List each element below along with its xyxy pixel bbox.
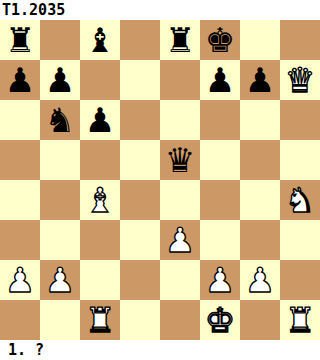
square-a8[interactable]: ♜ <box>0 20 40 60</box>
square-e5[interactable]: ♛ <box>160 140 200 180</box>
square-h3[interactable] <box>280 220 320 260</box>
chess-board: ♜♝♜♚♟♟♟♟♛♞♟♛♝♞♟♟♟♟♟♜♚♜ <box>0 20 320 340</box>
white-king-piece: ♚ <box>205 300 235 340</box>
square-h8[interactable] <box>280 20 320 60</box>
white-pawn-piece: ♟ <box>165 220 195 260</box>
white-rook-piece: ♜ <box>85 300 115 340</box>
white-knight-piece: ♞ <box>285 180 315 220</box>
white-bishop-piece: ♝ <box>85 180 115 220</box>
black-pawn-piece: ♟ <box>5 60 35 100</box>
square-a1[interactable] <box>0 300 40 340</box>
square-b7[interactable]: ♟ <box>40 60 80 100</box>
square-b5[interactable] <box>40 140 80 180</box>
square-h7[interactable]: ♛ <box>280 60 320 100</box>
white-pawn-piece: ♟ <box>45 260 75 300</box>
square-g3[interactable] <box>240 220 280 260</box>
square-d4[interactable] <box>120 180 160 220</box>
square-h1[interactable]: ♜ <box>280 300 320 340</box>
white-pawn-piece: ♟ <box>5 260 35 300</box>
square-d8[interactable] <box>120 20 160 60</box>
square-f2[interactable]: ♟ <box>200 260 240 300</box>
square-g6[interactable] <box>240 100 280 140</box>
square-f6[interactable] <box>200 100 240 140</box>
black-pawn-piece: ♟ <box>85 100 115 140</box>
square-b2[interactable]: ♟ <box>40 260 80 300</box>
square-d7[interactable] <box>120 60 160 100</box>
black-queen-piece: ♛ <box>165 140 195 180</box>
square-f8[interactable]: ♚ <box>200 20 240 60</box>
square-d5[interactable] <box>120 140 160 180</box>
white-rook-piece: ♜ <box>285 300 315 340</box>
square-a3[interactable] <box>0 220 40 260</box>
square-c2[interactable] <box>80 260 120 300</box>
square-e4[interactable] <box>160 180 200 220</box>
square-a7[interactable]: ♟ <box>0 60 40 100</box>
white-pawn-piece: ♟ <box>245 260 275 300</box>
square-e1[interactable] <box>160 300 200 340</box>
square-b4[interactable] <box>40 180 80 220</box>
square-b6[interactable]: ♞ <box>40 100 80 140</box>
black-pawn-piece: ♟ <box>45 60 75 100</box>
square-a4[interactable] <box>0 180 40 220</box>
square-d6[interactable] <box>120 100 160 140</box>
square-f1[interactable]: ♚ <box>200 300 240 340</box>
square-e8[interactable]: ♜ <box>160 20 200 60</box>
square-d1[interactable] <box>120 300 160 340</box>
black-king-piece: ♚ <box>205 20 235 60</box>
puzzle-title: T1.2035 <box>0 0 320 20</box>
square-a5[interactable] <box>0 140 40 180</box>
black-bishop-piece: ♝ <box>85 20 115 60</box>
square-e3[interactable]: ♟ <box>160 220 200 260</box>
square-b3[interactable] <box>40 220 80 260</box>
square-f4[interactable] <box>200 180 240 220</box>
white-pawn-piece: ♟ <box>205 260 235 300</box>
square-e2[interactable] <box>160 260 200 300</box>
square-e6[interactable] <box>160 100 200 140</box>
black-pawn-piece: ♟ <box>245 60 275 100</box>
square-c5[interactable] <box>80 140 120 180</box>
square-f7[interactable]: ♟ <box>200 60 240 100</box>
move-prompt: 1. ? <box>0 340 320 360</box>
square-f3[interactable] <box>200 220 240 260</box>
square-c3[interactable] <box>80 220 120 260</box>
square-h6[interactable] <box>280 100 320 140</box>
black-pawn-piece: ♟ <box>205 60 235 100</box>
square-c8[interactable]: ♝ <box>80 20 120 60</box>
square-f5[interactable] <box>200 140 240 180</box>
square-d3[interactable] <box>120 220 160 260</box>
black-knight-piece: ♞ <box>45 100 75 140</box>
black-rook-piece: ♜ <box>165 20 195 60</box>
square-c4[interactable]: ♝ <box>80 180 120 220</box>
chess-puzzle-page: T1.2035 ♜♝♜♚♟♟♟♟♛♞♟♛♝♞♟♟♟♟♟♜♚♜ 1. ? <box>0 0 320 360</box>
square-c7[interactable] <box>80 60 120 100</box>
square-a2[interactable]: ♟ <box>0 260 40 300</box>
square-g8[interactable] <box>240 20 280 60</box>
square-b8[interactable] <box>40 20 80 60</box>
square-h5[interactable] <box>280 140 320 180</box>
square-g2[interactable]: ♟ <box>240 260 280 300</box>
square-g4[interactable] <box>240 180 280 220</box>
white-queen-piece: ♛ <box>285 60 315 100</box>
square-c6[interactable]: ♟ <box>80 100 120 140</box>
black-rook-piece: ♜ <box>5 20 35 60</box>
square-b1[interactable] <box>40 300 80 340</box>
square-h4[interactable]: ♞ <box>280 180 320 220</box>
square-a6[interactable] <box>0 100 40 140</box>
square-g1[interactable] <box>240 300 280 340</box>
square-g7[interactable]: ♟ <box>240 60 280 100</box>
square-c1[interactable]: ♜ <box>80 300 120 340</box>
square-h2[interactable] <box>280 260 320 300</box>
square-d2[interactable] <box>120 260 160 300</box>
square-e7[interactable] <box>160 60 200 100</box>
square-g5[interactable] <box>240 140 280 180</box>
